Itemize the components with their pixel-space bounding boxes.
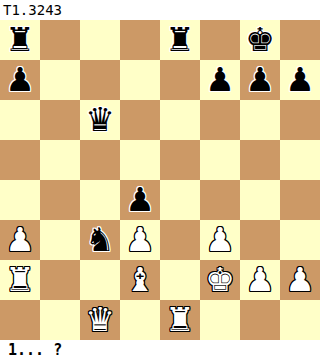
piece-black-pawn: ♟ bbox=[125, 180, 155, 220]
square-d4[interactable]: ♟ bbox=[120, 180, 160, 220]
status-bar: 1... ? bbox=[0, 340, 320, 360]
square-d6[interactable] bbox=[120, 100, 160, 140]
piece-white-pawn: ♟ bbox=[285, 260, 315, 300]
square-d3[interactable]: ♟ bbox=[120, 220, 160, 260]
piece-black-pawn: ♟ bbox=[245, 60, 275, 100]
square-f6[interactable] bbox=[200, 100, 240, 140]
square-h5[interactable] bbox=[280, 140, 320, 180]
square-f8[interactable] bbox=[200, 20, 240, 60]
square-a5[interactable] bbox=[0, 140, 40, 180]
square-f4[interactable] bbox=[200, 180, 240, 220]
square-a6[interactable] bbox=[0, 100, 40, 140]
piece-black-pawn: ♟ bbox=[285, 60, 315, 100]
square-d2[interactable]: ♝ bbox=[120, 260, 160, 300]
piece-white-rook: ♜ bbox=[5, 260, 35, 300]
piece-white-rook: ♜ bbox=[165, 300, 195, 340]
square-h1[interactable] bbox=[280, 300, 320, 340]
piece-black-queen: ♛ bbox=[85, 100, 115, 140]
square-c1[interactable]: ♛ bbox=[80, 300, 120, 340]
square-b7[interactable] bbox=[40, 60, 80, 100]
piece-black-knight: ♞ bbox=[85, 220, 115, 260]
square-e5[interactable] bbox=[160, 140, 200, 180]
square-c6[interactable]: ♛ bbox=[80, 100, 120, 140]
square-f1[interactable] bbox=[200, 300, 240, 340]
square-f3[interactable]: ♟ bbox=[200, 220, 240, 260]
square-a2[interactable]: ♜ bbox=[0, 260, 40, 300]
square-h3[interactable] bbox=[280, 220, 320, 260]
square-g7[interactable]: ♟ bbox=[240, 60, 280, 100]
square-e1[interactable]: ♜ bbox=[160, 300, 200, 340]
square-a4[interactable] bbox=[0, 180, 40, 220]
chess-board: ♜♜♚♟♟♟♟♛♟♟♞♟♟♜♝♚♟♟♛♜ bbox=[0, 20, 320, 340]
square-b2[interactable] bbox=[40, 260, 80, 300]
piece-white-pawn: ♟ bbox=[205, 220, 235, 260]
square-b4[interactable] bbox=[40, 180, 80, 220]
square-c5[interactable] bbox=[80, 140, 120, 180]
square-g4[interactable] bbox=[240, 180, 280, 220]
square-f7[interactable]: ♟ bbox=[200, 60, 240, 100]
piece-white-pawn: ♟ bbox=[245, 260, 275, 300]
square-g2[interactable]: ♟ bbox=[240, 260, 280, 300]
square-h6[interactable] bbox=[280, 100, 320, 140]
square-h8[interactable] bbox=[280, 20, 320, 60]
square-b5[interactable] bbox=[40, 140, 80, 180]
square-b6[interactable] bbox=[40, 100, 80, 140]
square-e4[interactable] bbox=[160, 180, 200, 220]
square-a8[interactable]: ♜ bbox=[0, 20, 40, 60]
square-c4[interactable] bbox=[80, 180, 120, 220]
piece-white-bishop: ♝ bbox=[125, 260, 155, 300]
square-f5[interactable] bbox=[200, 140, 240, 180]
square-g1[interactable] bbox=[240, 300, 280, 340]
square-b3[interactable] bbox=[40, 220, 80, 260]
square-c2[interactable] bbox=[80, 260, 120, 300]
square-h7[interactable]: ♟ bbox=[280, 60, 320, 100]
piece-white-pawn: ♟ bbox=[5, 220, 35, 260]
piece-black-king: ♚ bbox=[245, 20, 275, 60]
square-e8[interactable]: ♜ bbox=[160, 20, 200, 60]
piece-white-pawn: ♟ bbox=[125, 220, 155, 260]
square-f2[interactable]: ♚ bbox=[200, 260, 240, 300]
square-d7[interactable] bbox=[120, 60, 160, 100]
square-b1[interactable] bbox=[40, 300, 80, 340]
square-c7[interactable] bbox=[80, 60, 120, 100]
square-e7[interactable] bbox=[160, 60, 200, 100]
square-e6[interactable] bbox=[160, 100, 200, 140]
square-d5[interactable] bbox=[120, 140, 160, 180]
piece-white-queen: ♛ bbox=[85, 300, 115, 340]
move-prompt: 1... ? bbox=[0, 341, 62, 359]
square-b8[interactable] bbox=[40, 20, 80, 60]
square-d8[interactable] bbox=[120, 20, 160, 60]
square-h4[interactable] bbox=[280, 180, 320, 220]
square-c3[interactable]: ♞ bbox=[80, 220, 120, 260]
square-h2[interactable]: ♟ bbox=[280, 260, 320, 300]
puzzle-id: T1.3243 bbox=[0, 2, 62, 18]
piece-black-pawn: ♟ bbox=[205, 60, 235, 100]
piece-white-king: ♚ bbox=[205, 260, 235, 300]
title-bar: T1.3243 bbox=[0, 0, 320, 20]
square-e2[interactable] bbox=[160, 260, 200, 300]
square-e3[interactable] bbox=[160, 220, 200, 260]
square-c8[interactable] bbox=[80, 20, 120, 60]
piece-black-pawn: ♟ bbox=[5, 60, 35, 100]
piece-black-rook: ♜ bbox=[165, 20, 195, 60]
square-a3[interactable]: ♟ bbox=[0, 220, 40, 260]
square-a1[interactable] bbox=[0, 300, 40, 340]
square-g8[interactable]: ♚ bbox=[240, 20, 280, 60]
piece-black-rook: ♜ bbox=[5, 20, 35, 60]
square-g5[interactable] bbox=[240, 140, 280, 180]
square-a7[interactable]: ♟ bbox=[0, 60, 40, 100]
chess-puzzle-app: T1.3243 ♜♜♚♟♟♟♟♛♟♟♞♟♟♜♝♚♟♟♛♜ 1... ? bbox=[0, 0, 320, 360]
square-d1[interactable] bbox=[120, 300, 160, 340]
square-g6[interactable] bbox=[240, 100, 280, 140]
square-g3[interactable] bbox=[240, 220, 280, 260]
